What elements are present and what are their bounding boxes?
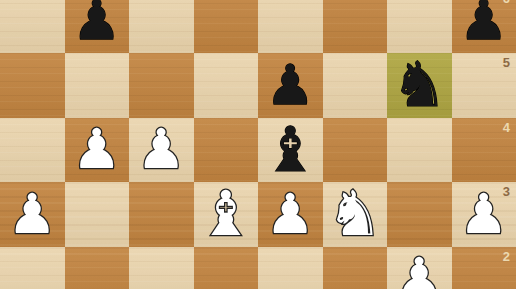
square-g3[interactable] <box>387 182 452 247</box>
square-f3[interactable]: ♞ <box>323 182 388 247</box>
square-a4[interactable] <box>0 118 65 183</box>
square-e4[interactable]: ♝ <box>258 118 323 183</box>
square-c2[interactable] <box>129 247 194 289</box>
square-b5[interactable] <box>65 53 130 118</box>
square-g2[interactable]: ♟ <box>387 247 452 289</box>
square-h2[interactable]: 2 <box>452 247 516 289</box>
white-bishop[interactable]: ♝ <box>198 183 254 245</box>
rank-label-4: 4 <box>503 121 510 134</box>
square-a5[interactable] <box>0 53 65 118</box>
square-c5[interactable] <box>129 53 194 118</box>
square-h3[interactable]: 3♟ <box>452 182 516 247</box>
square-c4[interactable]: ♟ <box>129 118 194 183</box>
square-a3[interactable]: ♟ <box>0 182 65 247</box>
square-f5[interactable] <box>323 53 388 118</box>
white-pawn[interactable]: ♟ <box>266 187 315 242</box>
square-g4[interactable] <box>387 118 452 183</box>
square-d5[interactable] <box>194 53 259 118</box>
white-pawn[interactable]: ♟ <box>459 187 508 242</box>
square-b6[interactable]: ♟ <box>65 0 130 53</box>
square-b4[interactable]: ♟ <box>65 118 130 183</box>
black-pawn[interactable]: ♟ <box>266 58 315 113</box>
square-d2[interactable] <box>194 247 259 289</box>
black-pawn[interactable]: ♟ <box>72 0 121 48</box>
white-knight[interactable]: ♞ <box>327 183 383 245</box>
white-pawn[interactable]: ♟ <box>8 187 57 242</box>
square-h5[interactable]: 5 <box>452 53 516 118</box>
white-pawn[interactable]: ♟ <box>72 122 121 177</box>
square-a6[interactable] <box>0 0 65 53</box>
square-b2[interactable] <box>65 247 130 289</box>
square-f6[interactable] <box>323 0 388 53</box>
rank-label-5: 5 <box>503 56 510 69</box>
square-d6[interactable] <box>194 0 259 53</box>
square-c6[interactable] <box>129 0 194 53</box>
square-c3[interactable] <box>129 182 194 247</box>
square-d3[interactable]: ♝ <box>194 182 259 247</box>
square-e5[interactable]: ♟ <box>258 53 323 118</box>
white-pawn[interactable]: ♟ <box>137 122 186 177</box>
square-g5[interactable]: ♞ <box>387 53 452 118</box>
square-b3[interactable] <box>65 182 130 247</box>
chessboard: ♟6♟♟♞5♟♟♝4♟♝♟♞3♟♟2 <box>0 0 516 289</box>
black-pawn[interactable]: ♟ <box>459 0 508 48</box>
square-f4[interactable] <box>323 118 388 183</box>
square-h6[interactable]: 6♟ <box>452 0 516 53</box>
square-e6[interactable] <box>258 0 323 53</box>
square-f2[interactable] <box>323 247 388 289</box>
black-bishop[interactable]: ♝ <box>262 119 318 181</box>
square-d4[interactable] <box>194 118 259 183</box>
rank-label-2: 2 <box>503 250 510 263</box>
square-g6[interactable] <box>387 0 452 53</box>
white-pawn[interactable]: ♟ <box>395 251 444 289</box>
square-e2[interactable] <box>258 247 323 289</box>
black-knight[interactable]: ♞ <box>391 54 447 116</box>
square-h4[interactable]: 4 <box>452 118 516 183</box>
square-e3[interactable]: ♟ <box>258 182 323 247</box>
square-a2[interactable] <box>0 247 65 289</box>
chessboard-viewport: ♟6♟♟♞5♟♟♝4♟♝♟♞3♟♟2 <box>0 0 516 289</box>
